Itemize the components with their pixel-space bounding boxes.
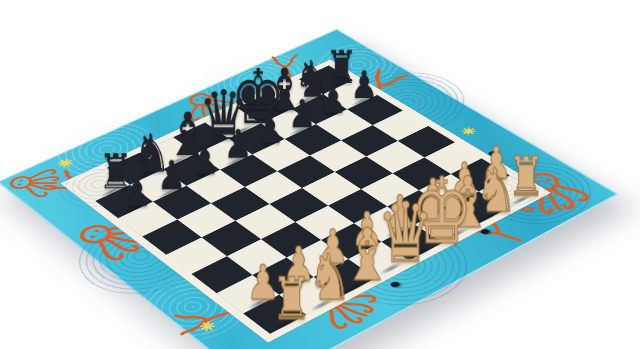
- piece-black-pawn-d7[interactable]: ♟: [222, 127, 254, 163]
- piece-white-rook-a1[interactable]: ♜: [271, 273, 308, 326]
- piece-black-pawn-g7[interactable]: ♟: [318, 83, 349, 118]
- piece-white-knight-b1[interactable]: ♞: [307, 248, 344, 307]
- chess-board: ♜♞♝♛♚♝♞♜♟♟♟♟♟♟♟♟♟♟♟♟♟♟♟♟♜♞♝♛♚♝♞♜: [0, 29, 619, 349]
- piece-black-pawn-a7[interactable]: ♟: [121, 174, 154, 211]
- sparkle-decoration: [192, 317, 222, 336]
- piece-black-pawn-b7[interactable]: ♟: [155, 158, 187, 195]
- piece-black-pawn-f7[interactable]: ♟: [286, 97, 317, 133]
- piece-black-pawn-c7[interactable]: ♟: [189, 142, 221, 179]
- piece-black-pawn-e7[interactable]: ♟: [255, 112, 286, 148]
- sparkle-decoration: [455, 124, 482, 139]
- photo-canvas: ♜♞♝♛♚♝♞♜♟♟♟♟♟♟♟♟♟♟♟♟♟♟♟♟♜♞♝♛♚♝♞♜: [0, 0, 640, 349]
